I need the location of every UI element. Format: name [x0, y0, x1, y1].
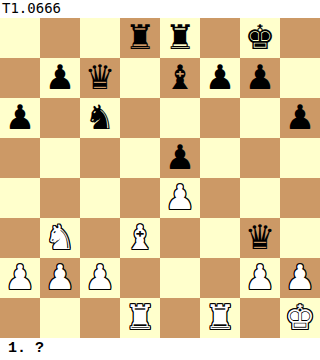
square-h7[interactable] [280, 58, 320, 98]
square-e6[interactable] [160, 98, 200, 138]
square-f5[interactable] [200, 138, 240, 178]
square-b2[interactable]: ♟ [40, 258, 80, 298]
black-queen-icon[interactable]: ♛ [85, 58, 115, 97]
square-b4[interactable] [40, 178, 80, 218]
square-e5[interactable]: ♟ [160, 138, 200, 178]
square-a2[interactable]: ♟ [0, 258, 40, 298]
square-f7[interactable]: ♟ [200, 58, 240, 98]
square-g1[interactable] [240, 298, 280, 338]
black-pawn-icon[interactable]: ♟ [5, 98, 35, 137]
square-b3[interactable]: ♞ [40, 218, 80, 258]
black-pawn-icon[interactable]: ♟ [165, 138, 195, 177]
square-a4[interactable] [0, 178, 40, 218]
square-d5[interactable] [120, 138, 160, 178]
square-f2[interactable] [200, 258, 240, 298]
status-bar: 1. ? [0, 338, 320, 360]
white-pawn-icon[interactable]: ♟ [245, 258, 275, 297]
square-g7[interactable]: ♟ [240, 58, 280, 98]
square-a5[interactable] [0, 138, 40, 178]
square-d1[interactable]: ♜ [120, 298, 160, 338]
square-g3[interactable]: ♛ [240, 218, 280, 258]
black-rook-icon[interactable]: ♜ [165, 18, 195, 57]
black-pawn-icon[interactable]: ♟ [285, 98, 315, 137]
square-a1[interactable] [0, 298, 40, 338]
square-b6[interactable] [40, 98, 80, 138]
square-b1[interactable] [40, 298, 80, 338]
square-h5[interactable] [280, 138, 320, 178]
square-b5[interactable] [40, 138, 80, 178]
square-d8[interactable]: ♜ [120, 18, 160, 58]
square-f8[interactable] [200, 18, 240, 58]
square-e3[interactable] [160, 218, 200, 258]
square-e4[interactable]: ♟ [160, 178, 200, 218]
black-king-icon[interactable]: ♚ [245, 18, 275, 57]
square-a7[interactable] [0, 58, 40, 98]
white-pawn-icon[interactable]: ♟ [5, 258, 35, 297]
white-pawn-icon[interactable]: ♟ [45, 258, 75, 297]
square-a8[interactable] [0, 18, 40, 58]
square-f3[interactable] [200, 218, 240, 258]
square-f6[interactable] [200, 98, 240, 138]
square-g6[interactable] [240, 98, 280, 138]
black-pawn-icon[interactable]: ♟ [205, 58, 235, 97]
white-pawn-icon[interactable]: ♟ [285, 258, 315, 297]
square-b8[interactable] [40, 18, 80, 58]
square-b7[interactable]: ♟ [40, 58, 80, 98]
black-pawn-icon[interactable]: ♟ [245, 58, 275, 97]
white-king-icon[interactable]: ♚ [285, 298, 315, 337]
square-d3[interactable]: ♝ [120, 218, 160, 258]
square-f4[interactable] [200, 178, 240, 218]
black-knight-icon[interactable]: ♞ [85, 98, 115, 137]
white-pawn-icon[interactable]: ♟ [85, 258, 115, 297]
square-h8[interactable] [280, 18, 320, 58]
square-g4[interactable] [240, 178, 280, 218]
white-bishop-icon[interactable]: ♝ [125, 218, 155, 257]
black-pawn-icon[interactable]: ♟ [45, 58, 75, 97]
square-a6[interactable]: ♟ [0, 98, 40, 138]
square-h1[interactable]: ♚ [280, 298, 320, 338]
square-c7[interactable]: ♛ [80, 58, 120, 98]
black-bishop-icon[interactable]: ♝ [165, 58, 195, 97]
square-g8[interactable]: ♚ [240, 18, 280, 58]
square-c3[interactable] [80, 218, 120, 258]
black-rook-icon[interactable]: ♜ [125, 18, 155, 57]
square-d7[interactable] [120, 58, 160, 98]
white-rook-icon[interactable]: ♜ [205, 298, 235, 337]
square-a3[interactable] [0, 218, 40, 258]
square-c5[interactable] [80, 138, 120, 178]
black-queen-icon[interactable]: ♛ [245, 218, 275, 257]
move-prompt: 1. ? [8, 340, 44, 357]
square-c4[interactable] [80, 178, 120, 218]
chess-board: ♜♜♚♟♛♝♟♟♟♞♟♟♟♞♝♛♟♟♟♟♟♜♜♚ [0, 18, 320, 338]
square-g5[interactable] [240, 138, 280, 178]
white-rook-icon[interactable]: ♜ [125, 298, 155, 337]
white-pawn-icon[interactable]: ♟ [165, 178, 195, 217]
square-f1[interactable]: ♜ [200, 298, 240, 338]
square-e8[interactable]: ♜ [160, 18, 200, 58]
square-h2[interactable]: ♟ [280, 258, 320, 298]
square-d4[interactable] [120, 178, 160, 218]
square-h3[interactable] [280, 218, 320, 258]
title-bar: T1.0666 [0, 0, 320, 18]
square-c1[interactable] [80, 298, 120, 338]
square-d2[interactable] [120, 258, 160, 298]
puzzle-title: T1.0666 [2, 0, 61, 17]
square-e2[interactable] [160, 258, 200, 298]
square-c8[interactable] [80, 18, 120, 58]
square-g2[interactable]: ♟ [240, 258, 280, 298]
square-c2[interactable]: ♟ [80, 258, 120, 298]
chess-puzzle-window: T1.0666 ♜♜♚♟♛♝♟♟♟♞♟♟♟♞♝♛♟♟♟♟♟♜♜♚ 1. ? [0, 0, 320, 360]
white-knight-icon[interactable]: ♞ [45, 218, 75, 257]
square-c6[interactable]: ♞ [80, 98, 120, 138]
square-e7[interactable]: ♝ [160, 58, 200, 98]
square-d6[interactable] [120, 98, 160, 138]
square-h4[interactable] [280, 178, 320, 218]
square-e1[interactable] [160, 298, 200, 338]
square-h6[interactable]: ♟ [280, 98, 320, 138]
